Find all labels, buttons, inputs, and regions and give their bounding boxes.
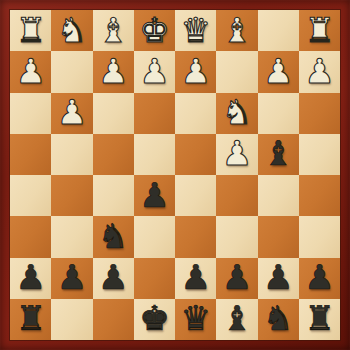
square-f5[interactable]	[93, 175, 134, 216]
square-f7[interactable]: ♟	[93, 258, 134, 299]
black-rook-piece[interactable]: ♜	[304, 301, 334, 335]
black-pawn-piece[interactable]: ♟	[263, 260, 293, 294]
black-knight-piece[interactable]: ♞	[98, 219, 128, 253]
board-frame: ♜♞♝♚♛♝♜♟♟♟♟♟♟♟♞♟♝♟♞♟♟♟♟♟♟♟♜♚♛♝♞♜	[0, 0, 350, 350]
white-queen-piece[interactable]: ♛	[180, 13, 210, 47]
square-d8[interactable]: ♛	[175, 299, 216, 340]
square-g3[interactable]: ♟	[51, 93, 92, 134]
square-h6[interactable]	[10, 216, 51, 257]
square-g5[interactable]	[51, 175, 92, 216]
square-g4[interactable]	[51, 134, 92, 175]
black-pawn-piece[interactable]: ♟	[139, 178, 169, 212]
square-g6[interactable]	[51, 216, 92, 257]
white-pawn-piece[interactable]: ♟	[263, 54, 293, 88]
square-b5[interactable]	[258, 175, 299, 216]
square-e5[interactable]: ♟	[134, 175, 175, 216]
white-king-piece[interactable]: ♚	[139, 13, 169, 47]
square-c5[interactable]	[216, 175, 257, 216]
white-bishop-piece[interactable]: ♝	[222, 13, 252, 47]
white-pawn-piece[interactable]: ♟	[15, 54, 45, 88]
black-rook-piece[interactable]: ♜	[15, 301, 45, 335]
black-pawn-piece[interactable]: ♟	[222, 260, 252, 294]
square-e1[interactable]: ♚	[134, 10, 175, 51]
square-h7[interactable]: ♟	[10, 258, 51, 299]
white-pawn-piece[interactable]: ♟	[222, 136, 252, 170]
square-g1[interactable]: ♞	[51, 10, 92, 51]
square-e6[interactable]	[134, 216, 175, 257]
square-d5[interactable]	[175, 175, 216, 216]
square-d4[interactable]	[175, 134, 216, 175]
square-c8[interactable]: ♝	[216, 299, 257, 340]
square-c7[interactable]: ♟	[216, 258, 257, 299]
square-g2[interactable]	[51, 51, 92, 92]
square-f2[interactable]: ♟	[93, 51, 134, 92]
square-c1[interactable]: ♝	[216, 10, 257, 51]
square-a5[interactable]	[299, 175, 340, 216]
square-e8[interactable]: ♚	[134, 299, 175, 340]
white-knight-piece[interactable]: ♞	[57, 13, 87, 47]
square-c3[interactable]: ♞	[216, 93, 257, 134]
black-bishop-piece[interactable]: ♝	[263, 136, 293, 170]
square-b6[interactable]	[258, 216, 299, 257]
square-f8[interactable]	[93, 299, 134, 340]
black-pawn-piece[interactable]: ♟	[180, 260, 210, 294]
square-h3[interactable]	[10, 93, 51, 134]
white-knight-piece[interactable]: ♞	[222, 95, 252, 129]
white-pawn-piece[interactable]: ♟	[180, 54, 210, 88]
square-f4[interactable]	[93, 134, 134, 175]
square-b2[interactable]: ♟	[258, 51, 299, 92]
black-pawn-piece[interactable]: ♟	[98, 260, 128, 294]
square-g7[interactable]: ♟	[51, 258, 92, 299]
square-h5[interactable]	[10, 175, 51, 216]
square-d2[interactable]: ♟	[175, 51, 216, 92]
white-bishop-piece[interactable]: ♝	[98, 13, 128, 47]
square-e4[interactable]	[134, 134, 175, 175]
black-queen-piece[interactable]: ♛	[180, 301, 210, 335]
square-e2[interactable]: ♟	[134, 51, 175, 92]
square-b4[interactable]: ♝	[258, 134, 299, 175]
square-a3[interactable]	[299, 93, 340, 134]
square-f6[interactable]: ♞	[93, 216, 134, 257]
white-rook-piece[interactable]: ♜	[304, 13, 334, 47]
white-rook-piece[interactable]: ♜	[15, 13, 45, 47]
square-h4[interactable]	[10, 134, 51, 175]
black-king-piece[interactable]: ♚	[139, 301, 169, 335]
square-c4[interactable]: ♟	[216, 134, 257, 175]
square-e3[interactable]	[134, 93, 175, 134]
square-d7[interactable]: ♟	[175, 258, 216, 299]
square-c6[interactable]	[216, 216, 257, 257]
square-a1[interactable]: ♜	[299, 10, 340, 51]
black-pawn-piece[interactable]: ♟	[304, 260, 334, 294]
square-c2[interactable]	[216, 51, 257, 92]
white-pawn-piece[interactable]: ♟	[57, 95, 87, 129]
black-bishop-piece[interactable]: ♝	[222, 301, 252, 335]
square-f3[interactable]	[93, 93, 134, 134]
square-a2[interactable]: ♟	[299, 51, 340, 92]
white-pawn-piece[interactable]: ♟	[304, 54, 334, 88]
square-a8[interactable]: ♜	[299, 299, 340, 340]
square-a6[interactable]	[299, 216, 340, 257]
square-h8[interactable]: ♜	[10, 299, 51, 340]
square-h1[interactable]: ♜	[10, 10, 51, 51]
black-pawn-piece[interactable]: ♟	[57, 260, 87, 294]
white-pawn-piece[interactable]: ♟	[139, 54, 169, 88]
square-b8[interactable]: ♞	[258, 299, 299, 340]
square-g8[interactable]	[51, 299, 92, 340]
square-b7[interactable]: ♟	[258, 258, 299, 299]
square-f1[interactable]: ♝	[93, 10, 134, 51]
square-d3[interactable]	[175, 93, 216, 134]
square-b3[interactable]	[258, 93, 299, 134]
square-h2[interactable]: ♟	[10, 51, 51, 92]
square-e7[interactable]	[134, 258, 175, 299]
white-pawn-piece[interactable]: ♟	[98, 54, 128, 88]
square-d6[interactable]	[175, 216, 216, 257]
black-pawn-piece[interactable]: ♟	[15, 260, 45, 294]
square-a4[interactable]	[299, 134, 340, 175]
square-b1[interactable]	[258, 10, 299, 51]
square-d1[interactable]: ♛	[175, 10, 216, 51]
square-a7[interactable]: ♟	[299, 258, 340, 299]
black-knight-piece[interactable]: ♞	[263, 301, 293, 335]
chess-board: ♜♞♝♚♛♝♜♟♟♟♟♟♟♟♞♟♝♟♞♟♟♟♟♟♟♟♜♚♛♝♞♜	[10, 10, 340, 340]
